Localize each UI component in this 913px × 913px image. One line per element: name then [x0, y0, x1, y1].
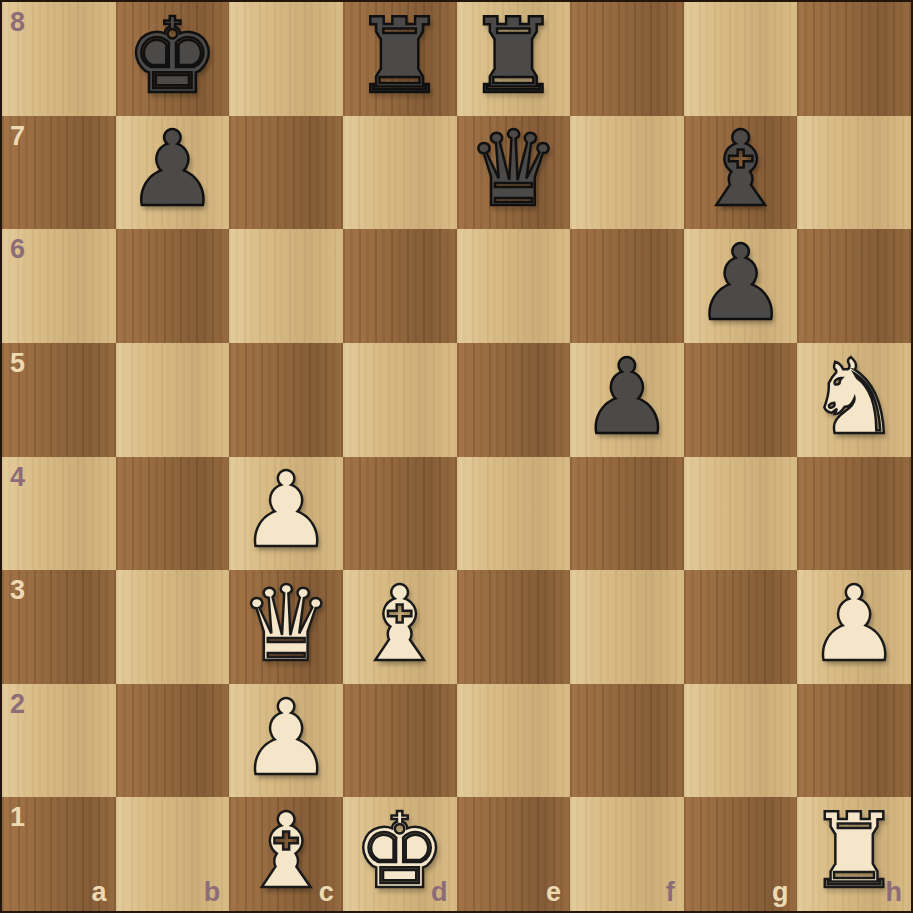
chess-board: 8♚♜♜7♟♛♝6♟5♟♞4♟3♛♝♟2♟1abc♝d♚efgh♜ — [0, 0, 913, 913]
square-e7[interactable]: ♛ — [457, 116, 571, 230]
square-f5[interactable]: ♟ — [570, 343, 684, 457]
square-g5[interactable] — [684, 343, 798, 457]
square-a8[interactable]: 8 — [2, 2, 116, 116]
square-e5[interactable] — [457, 343, 571, 457]
piece-white-bishop[interactable]: ♝ — [239, 799, 332, 903]
square-d1[interactable]: d♚ — [343, 797, 457, 911]
piece-white-king[interactable]: ♚ — [353, 799, 446, 903]
square-f7[interactable] — [570, 116, 684, 230]
square-g6[interactable]: ♟ — [684, 229, 798, 343]
square-f8[interactable] — [570, 2, 684, 116]
square-d7[interactable] — [343, 116, 457, 230]
square-c7[interactable] — [229, 116, 343, 230]
square-g1[interactable]: g — [684, 797, 798, 911]
square-d4[interactable] — [343, 457, 457, 571]
square-f1[interactable]: f — [570, 797, 684, 911]
square-g3[interactable] — [684, 570, 798, 684]
square-b4[interactable] — [116, 457, 230, 571]
file-label-f: f — [666, 879, 675, 906]
square-a6[interactable]: 6 — [2, 229, 116, 343]
square-a1[interactable]: 1a — [2, 797, 116, 911]
piece-black-bishop[interactable]: ♝ — [694, 117, 787, 221]
square-f3[interactable] — [570, 570, 684, 684]
piece-black-rook[interactable]: ♜ — [467, 4, 560, 108]
file-label-a: a — [92, 879, 107, 906]
rank-label-8: 8 — [10, 9, 25, 36]
square-g4[interactable] — [684, 457, 798, 571]
square-h6[interactable] — [797, 229, 911, 343]
file-label-g: g — [772, 879, 789, 906]
square-e1[interactable]: e — [457, 797, 571, 911]
piece-white-knight[interactable]: ♞ — [808, 345, 901, 449]
piece-black-rook[interactable]: ♜ — [353, 4, 446, 108]
square-c3[interactable]: ♛ — [229, 570, 343, 684]
square-h8[interactable] — [797, 2, 911, 116]
square-c8[interactable] — [229, 2, 343, 116]
piece-black-king[interactable]: ♚ — [126, 4, 219, 108]
square-g2[interactable] — [684, 684, 798, 798]
piece-black-pawn[interactable]: ♟ — [580, 345, 673, 449]
rank-label-5: 5 — [10, 350, 25, 377]
piece-white-pawn[interactable]: ♟ — [808, 572, 901, 676]
square-h7[interactable] — [797, 116, 911, 230]
rank-label-4: 4 — [10, 464, 25, 491]
square-b6[interactable] — [116, 229, 230, 343]
square-f6[interactable] — [570, 229, 684, 343]
rank-label-2: 2 — [10, 691, 25, 718]
square-a5[interactable]: 5 — [2, 343, 116, 457]
rank-label-3: 3 — [10, 577, 25, 604]
square-d6[interactable] — [343, 229, 457, 343]
rank-label-1: 1 — [10, 804, 25, 831]
square-e2[interactable] — [457, 684, 571, 798]
square-e3[interactable] — [457, 570, 571, 684]
piece-black-pawn[interactable]: ♟ — [694, 231, 787, 335]
piece-white-pawn[interactable]: ♟ — [239, 458, 332, 562]
piece-black-pawn[interactable]: ♟ — [126, 117, 219, 221]
square-b5[interactable] — [116, 343, 230, 457]
square-b3[interactable] — [116, 570, 230, 684]
square-c5[interactable] — [229, 343, 343, 457]
square-h2[interactable] — [797, 684, 911, 798]
file-label-e: e — [546, 879, 561, 906]
piece-white-rook[interactable]: ♜ — [808, 799, 901, 903]
square-d8[interactable]: ♜ — [343, 2, 457, 116]
piece-white-pawn[interactable]: ♟ — [239, 686, 332, 790]
square-d5[interactable] — [343, 343, 457, 457]
square-h5[interactable]: ♞ — [797, 343, 911, 457]
square-e4[interactable] — [457, 457, 571, 571]
square-e6[interactable] — [457, 229, 571, 343]
file-label-b: b — [204, 879, 221, 906]
square-g7[interactable]: ♝ — [684, 116, 798, 230]
piece-white-bishop[interactable]: ♝ — [353, 572, 446, 676]
square-c1[interactable]: c♝ — [229, 797, 343, 911]
square-c2[interactable]: ♟ — [229, 684, 343, 798]
square-c4[interactable]: ♟ — [229, 457, 343, 571]
square-d3[interactable]: ♝ — [343, 570, 457, 684]
square-h3[interactable]: ♟ — [797, 570, 911, 684]
square-b2[interactable] — [116, 684, 230, 798]
square-a7[interactable]: 7 — [2, 116, 116, 230]
rank-label-6: 6 — [10, 236, 25, 263]
square-h1[interactable]: h♜ — [797, 797, 911, 911]
square-a3[interactable]: 3 — [2, 570, 116, 684]
square-b7[interactable]: ♟ — [116, 116, 230, 230]
square-a2[interactable]: 2 — [2, 684, 116, 798]
square-d2[interactable] — [343, 684, 457, 798]
square-e8[interactable]: ♜ — [457, 2, 571, 116]
piece-black-queen[interactable]: ♛ — [467, 117, 560, 221]
square-a4[interactable]: 4 — [2, 457, 116, 571]
square-b1[interactable]: b — [116, 797, 230, 911]
square-g8[interactable] — [684, 2, 798, 116]
square-c6[interactable] — [229, 229, 343, 343]
square-b8[interactable]: ♚ — [116, 2, 230, 116]
piece-white-queen[interactable]: ♛ — [239, 572, 332, 676]
square-f4[interactable] — [570, 457, 684, 571]
square-h4[interactable] — [797, 457, 911, 571]
rank-label-7: 7 — [10, 123, 25, 150]
square-f2[interactable] — [570, 684, 684, 798]
